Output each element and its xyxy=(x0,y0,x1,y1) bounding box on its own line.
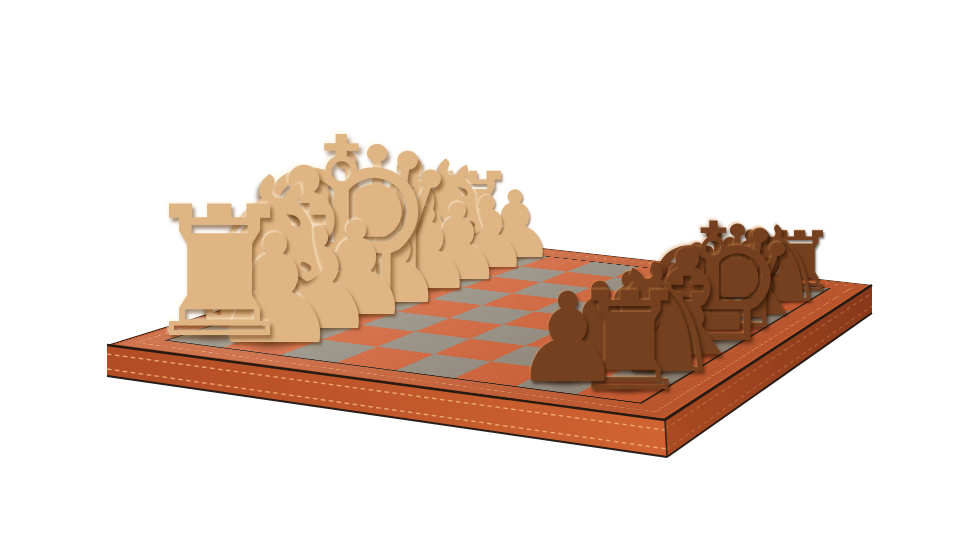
piece-white-rook-h1[interactable]: ♜ xyxy=(139,183,300,363)
piece-black-pawn-h7[interactable]: ♟ xyxy=(513,277,624,401)
chess-set-photo: ♜♞♝♛♚♝♞♜♟♟♟♟♟♟♟♟♟♟♟♟♟♟♟♟♜♞♝♛♚♝♞♜ xyxy=(0,0,968,544)
pawn-glyph: ♟ xyxy=(513,277,624,401)
pieces-layer: ♜♞♝♛♚♝♞♜♟♟♟♟♟♟♟♟♟♟♟♟♟♟♟♟♜♞♝♛♚♝♞♜ xyxy=(0,0,968,544)
rook-glyph: ♜ xyxy=(139,183,300,363)
corner-seam xyxy=(665,420,667,457)
